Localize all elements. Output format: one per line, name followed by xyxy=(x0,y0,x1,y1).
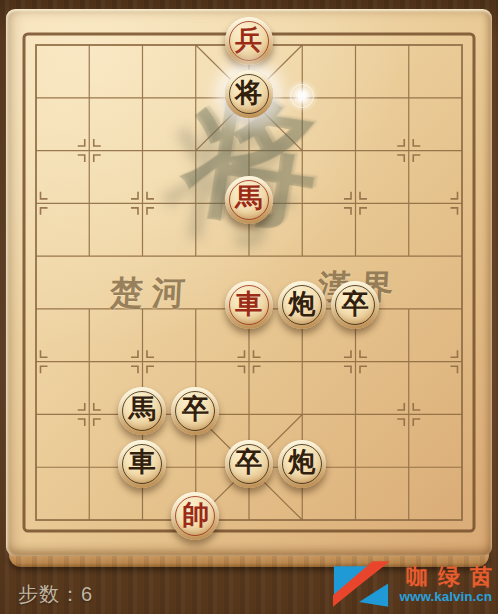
piece-black-soldier[interactable]: 卒 xyxy=(171,387,219,435)
piece-glyph: 車 xyxy=(235,291,262,318)
piece-glyph: 馬 xyxy=(129,396,156,423)
piece-glyph: 卒 xyxy=(235,449,262,476)
move-target-dot[interactable] xyxy=(285,79,319,113)
piece-black-cannon[interactable]: 炮 xyxy=(278,281,326,329)
piece-red-chariot[interactable]: 車 xyxy=(225,281,273,329)
piece-black-chariot[interactable]: 車 xyxy=(118,440,166,488)
piece-glyph: 卒 xyxy=(182,396,209,423)
piece-red-soldier[interactable]: 兵 xyxy=(225,17,273,65)
piece-red-horse[interactable]: 馬 xyxy=(225,176,273,224)
piece-glyph: 馬 xyxy=(235,185,262,212)
xiangqi-app-screen: 楚河 漢界 将 兵将馬車炮卒馬卒車卒炮帥 步数：6 咖绿茵 www.kalvin… xyxy=(0,0,498,614)
piece-glyph: 卒 xyxy=(342,291,369,318)
piece-red-general[interactable]: 帥 xyxy=(171,492,219,540)
piece-black-soldier[interactable]: 卒 xyxy=(331,281,379,329)
piece-glyph: 車 xyxy=(129,449,156,476)
piece-black-horse[interactable]: 馬 xyxy=(118,387,166,435)
pieces-layer: 兵将馬車炮卒馬卒車卒炮帥 xyxy=(9,19,488,547)
piece-black-soldier[interactable]: 卒 xyxy=(225,440,273,488)
piece-glyph: 炮 xyxy=(288,449,315,476)
piece-black-general[interactable]: 将 xyxy=(225,70,273,118)
piece-black-cannon[interactable]: 炮 xyxy=(278,440,326,488)
piece-glyph: 炮 xyxy=(288,291,315,318)
piece-glyph: 帥 xyxy=(182,502,209,529)
piece-glyph: 兵 xyxy=(235,27,262,54)
piece-glyph: 将 xyxy=(235,80,262,107)
